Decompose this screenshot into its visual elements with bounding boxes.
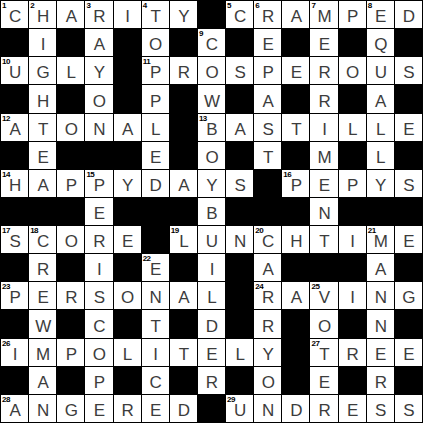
block-r3c4 <box>114 85 141 112</box>
cell-r0c10[interactable]: A <box>282 1 309 28</box>
cell-r0c3[interactable]: 3R <box>85 1 112 28</box>
cell-r12c12[interactable]: R <box>339 339 366 366</box>
clue-number: 8 <box>368 1 372 10</box>
cell-r4c1[interactable]: T <box>29 114 56 141</box>
cell-r11c7[interactable]: D <box>198 310 225 337</box>
cell-letter: Y <box>374 177 386 197</box>
cell-r11c3[interactable]: C <box>85 310 112 337</box>
cell-letter: N <box>261 402 274 422</box>
cell-r14c13[interactable]: S <box>367 395 394 422</box>
cell-letter: R <box>346 346 359 366</box>
cell-r3c3[interactable]: O <box>85 85 112 112</box>
cell-r13c5[interactable]: C <box>142 367 169 394</box>
cell-r2c8[interactable]: S <box>226 57 253 84</box>
cell-r6c1[interactable]: A <box>29 170 56 197</box>
cell-r0c5[interactable]: 4T <box>142 1 169 28</box>
block-r9c2 <box>57 254 84 281</box>
cell-r8c4[interactable]: E <box>114 226 141 253</box>
cell-r12c8[interactable]: L <box>226 339 253 366</box>
cell-r13c11[interactable]: E <box>310 367 337 394</box>
cell-letter: S <box>262 121 274 141</box>
cell-r10c10[interactable]: A <box>282 282 309 309</box>
cell-letter: U <box>374 64 387 84</box>
cell-letter: Q <box>373 36 387 56</box>
cell-r10c9[interactable]: 24R <box>254 282 281 309</box>
cell-r10c1[interactable]: E <box>29 282 56 309</box>
block-r3c8 <box>226 85 253 112</box>
block-r5c8 <box>226 142 253 169</box>
cell-r0c2[interactable]: A <box>57 1 84 28</box>
cell-r0c9[interactable]: 6R <box>254 1 281 28</box>
block-r4c6 <box>170 114 197 141</box>
cell-r6c14[interactable]: S <box>395 170 422 197</box>
cell-r1c1[interactable]: I <box>29 29 56 56</box>
cell-letter: E <box>149 402 161 422</box>
cell-r2c9[interactable]: P <box>254 57 281 84</box>
cell-letter: A <box>177 177 189 197</box>
cell-r12c1[interactable]: M <box>29 339 56 366</box>
cell-letter: P <box>93 177 105 197</box>
cell-letter: M <box>373 233 388 253</box>
cell-r6c7[interactable]: Y <box>198 170 225 197</box>
clue-number: 1 <box>2 1 6 10</box>
cell-r5c7[interactable]: O <box>198 142 225 169</box>
cell-letter: R <box>64 289 77 309</box>
cell-letter: O <box>64 233 78 253</box>
cell-r2c6[interactable]: R <box>170 57 197 84</box>
cell-letter: L <box>150 121 160 141</box>
cell-r13c1[interactable]: A <box>29 367 56 394</box>
cell-r8c11[interactable]: T <box>310 226 337 253</box>
cell-r14c2[interactable]: G <box>57 395 84 422</box>
block-r1c4 <box>114 29 141 56</box>
block-r13c12 <box>339 367 366 394</box>
cell-r14c3[interactable]: E <box>85 395 112 422</box>
block-r7c1 <box>29 198 56 225</box>
cell-letter: D <box>205 318 218 338</box>
cell-r2c12[interactable]: O <box>339 57 366 84</box>
cell-letter: L <box>178 233 188 253</box>
cell-r9c7[interactable]: I <box>198 254 225 281</box>
cell-r4c14[interactable]: E <box>395 114 422 141</box>
cell-letter: L <box>66 64 76 84</box>
cell-r8c12[interactable]: I <box>339 226 366 253</box>
cell-r6c8[interactable]: S <box>226 170 253 197</box>
cell-r4c11[interactable]: I <box>310 114 337 141</box>
block-r9c4 <box>114 254 141 281</box>
cell-letter: N <box>374 318 387 338</box>
cell-letter: G <box>401 289 415 309</box>
cell-r9c5[interactable]: 22E <box>142 254 169 281</box>
cell-letter: Y <box>177 8 189 28</box>
cell-r2c14[interactable]: S <box>395 57 422 84</box>
cell-r9c1[interactable]: R <box>29 254 56 281</box>
cell-r1c7[interactable]: 9C <box>198 29 225 56</box>
cell-r3c9[interactable]: A <box>254 85 281 112</box>
cell-r8c2[interactable]: O <box>57 226 84 253</box>
cell-r2c5[interactable]: 11P <box>142 57 169 84</box>
block-r5c6 <box>170 142 197 169</box>
block-r13c8 <box>226 367 253 394</box>
cell-r6c6[interactable]: A <box>170 170 197 197</box>
cell-r7c11[interactable]: N <box>310 198 337 225</box>
clue-number: 11 <box>143 57 150 66</box>
cell-r3c13[interactable]: A <box>367 85 394 112</box>
cell-letter: P <box>346 177 358 197</box>
cell-r2c0[interactable]: 10U <box>1 57 28 84</box>
cell-r4c13[interactable]: L <box>367 114 394 141</box>
cell-r10c4[interactable]: O <box>114 282 141 309</box>
cell-r11c1[interactable]: W <box>29 310 56 337</box>
clue-number: 21 <box>368 226 376 235</box>
cell-r4c9[interactable]: S <box>254 114 281 141</box>
cell-r5c1[interactable]: E <box>29 142 56 169</box>
cell-letter: Y <box>93 64 105 84</box>
cell-r4c4[interactable]: A <box>114 114 141 141</box>
clue-number: 15 <box>86 170 94 179</box>
cell-letter: Y <box>121 177 133 197</box>
cell-letter: O <box>148 36 162 56</box>
cell-r2c3[interactable]: Y <box>85 57 112 84</box>
cell-r2c2[interactable]: L <box>57 57 84 84</box>
cell-letter: W <box>34 318 51 338</box>
cell-r4c5[interactable]: L <box>142 114 169 141</box>
cell-r5c9[interactable]: T <box>254 142 281 169</box>
cell-letter: Y <box>205 177 217 197</box>
clue-number: 9 <box>199 29 203 38</box>
cell-r7c7[interactable]: B <box>198 198 225 225</box>
cell-r6c2[interactable]: P <box>57 170 84 197</box>
cell-r8c0[interactable]: 17S <box>1 226 28 253</box>
cell-letter: A <box>290 8 302 28</box>
cell-r14c8[interactable]: 29U <box>226 395 253 422</box>
cell-r10c14[interactable]: G <box>395 282 422 309</box>
cell-letter: V <box>318 289 330 309</box>
cell-r12c14[interactable]: E <box>395 339 422 366</box>
cell-r11c9[interactable]: R <box>254 310 281 337</box>
block-r11c4 <box>114 310 141 337</box>
cell-r3c5[interactable]: P <box>142 85 169 112</box>
cell-r12c6[interactable]: T <box>170 339 197 366</box>
cell-r14c1[interactable]: N <box>29 395 56 422</box>
cell-r8c9[interactable]: 20C <box>254 226 281 253</box>
cell-letter: M <box>316 8 331 28</box>
cell-r8c14[interactable]: E <box>395 226 422 253</box>
cell-r13c3[interactable]: P <box>85 367 112 394</box>
cell-r10c7[interactable]: L <box>198 282 225 309</box>
cell-letter: A <box>93 36 105 56</box>
cell-letter: L <box>234 346 244 366</box>
cell-r0c11[interactable]: 7M <box>310 1 337 28</box>
block-r7c8 <box>226 198 253 225</box>
cell-r6c11[interactable]: E <box>310 170 337 197</box>
cell-letter: I <box>40 36 46 56</box>
cell-letter: I <box>12 346 18 366</box>
cell-letter: M <box>35 346 50 366</box>
block-r3c10 <box>282 85 309 112</box>
cell-r4c0[interactable]: 12A <box>1 114 28 141</box>
cell-letter: B <box>205 205 217 225</box>
cell-r9c13[interactable]: A <box>367 254 394 281</box>
cell-letter: G <box>64 402 78 422</box>
cell-r11c5[interactable]: T <box>142 310 169 337</box>
cell-r1c13[interactable]: Q <box>367 29 394 56</box>
cell-r12c2[interactable]: P <box>57 339 84 366</box>
cell-r0c4[interactable]: I <box>114 1 141 28</box>
clue-number: 10 <box>2 57 10 66</box>
cell-letter: E <box>346 402 358 422</box>
clue-number: 17 <box>2 226 10 235</box>
cell-letter: E <box>318 374 330 394</box>
cell-r12c13[interactable]: E <box>367 339 394 366</box>
block-r9c11 <box>310 254 337 281</box>
block-r11c10 <box>282 310 309 337</box>
block-r3c14 <box>395 85 422 112</box>
clue-number: 14 <box>2 170 10 179</box>
cell-r1c3[interactable]: A <box>85 29 112 56</box>
cell-r6c13[interactable]: Y <box>367 170 394 197</box>
cell-letter: A <box>8 121 20 141</box>
cell-letter: T <box>262 149 273 169</box>
cell-letter: L <box>347 121 357 141</box>
cell-r0c8[interactable]: 5C <box>226 1 253 28</box>
cell-r8c1[interactable]: 18C <box>29 226 56 253</box>
cell-r6c5[interactable]: D <box>142 170 169 197</box>
block-r7c5 <box>142 198 169 225</box>
cell-r8c6[interactable]: 19L <box>170 226 197 253</box>
block-r8c5 <box>142 226 169 253</box>
cell-r12c7[interactable]: E <box>198 339 225 366</box>
cell-r9c3[interactable]: I <box>85 254 112 281</box>
cell-letter: E <box>402 233 414 253</box>
cell-r8c10[interactable]: H <box>282 226 309 253</box>
cell-r8c8[interactable]: N <box>226 226 253 253</box>
block-r14c7 <box>198 395 225 422</box>
cell-letter: C <box>233 8 246 28</box>
cell-letter: U <box>205 233 218 253</box>
block-r5c2 <box>57 142 84 169</box>
cell-letter: L <box>122 346 132 366</box>
cell-r3c7[interactable]: W <box>198 85 225 112</box>
cell-r14c4[interactable]: R <box>114 395 141 422</box>
cell-r1c9[interactable]: E <box>254 29 281 56</box>
cell-r2c11[interactable]: R <box>310 57 337 84</box>
cell-r8c7[interactable]: U <box>198 226 225 253</box>
cell-letter: E <box>121 233 133 253</box>
cell-letter: P <box>93 374 105 394</box>
clue-number: 19 <box>171 226 179 235</box>
cell-r3c1[interactable]: H <box>29 85 56 112</box>
cell-r4c3[interactable]: N <box>85 114 112 141</box>
cell-r2c10[interactable]: E <box>282 57 309 84</box>
cell-letter: C <box>92 318 105 338</box>
block-r1c0 <box>1 29 28 56</box>
cell-r13c13[interactable]: R <box>367 367 394 394</box>
cell-letter: G <box>36 64 50 84</box>
block-r10c8 <box>226 282 253 309</box>
cell-r0c13[interactable]: 8E <box>367 1 394 28</box>
cell-r4c10[interactable]: T <box>282 114 309 141</box>
block-r7c4 <box>114 198 141 225</box>
clue-number: 27 <box>311 339 319 348</box>
cell-r4c12[interactable]: L <box>339 114 366 141</box>
cell-r12c9[interactable]: Y <box>254 339 281 366</box>
cell-letter: H <box>289 233 302 253</box>
cell-r13c9[interactable]: O <box>254 367 281 394</box>
cell-letter: A <box>374 93 386 113</box>
cell-letter: O <box>64 121 78 141</box>
cell-r10c12[interactable]: I <box>339 282 366 309</box>
cell-letter: E <box>402 121 414 141</box>
block-r3c6 <box>170 85 197 112</box>
cell-r2c13[interactable]: U <box>367 57 394 84</box>
block-r5c12 <box>339 142 366 169</box>
cell-r10c6[interactable]: A <box>170 282 197 309</box>
crossword-board: 1C2HA3RI4TY5C6RA7MP8EDIAO9CEEQ10UGLY11PR… <box>0 0 423 423</box>
cell-r10c3[interactable]: S <box>85 282 112 309</box>
block-r11c12 <box>339 310 366 337</box>
clue-number: 3 <box>86 1 90 10</box>
cell-r2c1[interactable]: G <box>29 57 56 84</box>
cell-letter: I <box>96 261 102 281</box>
cell-letter: S <box>402 402 414 422</box>
cell-r0c1[interactable]: 2H <box>29 1 56 28</box>
cell-r4c8[interactable]: A <box>226 114 253 141</box>
cell-r10c5[interactable]: N <box>142 282 169 309</box>
cell-r12c5[interactable]: I <box>142 339 169 366</box>
cell-r10c0[interactable]: 23P <box>1 282 28 309</box>
block-r7c9 <box>254 198 281 225</box>
cell-r1c11[interactable]: E <box>310 29 337 56</box>
cell-r6c12[interactable]: P <box>339 170 366 197</box>
clue-number: 5 <box>227 1 231 10</box>
cell-r0c0[interactable]: 1C <box>1 1 28 28</box>
cell-letter: R <box>36 261 49 281</box>
cell-letter: O <box>120 289 134 309</box>
block-r1c8 <box>226 29 253 56</box>
cell-letter: S <box>402 177 414 197</box>
cell-r14c14[interactable]: S <box>395 395 422 422</box>
cell-letter: A <box>374 261 386 281</box>
cell-r10c11[interactable]: 25V <box>310 282 337 309</box>
cell-letter: D <box>177 402 190 422</box>
cell-letter: N <box>317 205 330 225</box>
block-r0c7 <box>198 1 225 28</box>
cell-letter: E <box>374 8 386 28</box>
cell-r0c12[interactable]: P <box>339 1 366 28</box>
cell-r4c7[interactable]: 13B <box>198 114 225 141</box>
clue-number: 2 <box>30 1 34 10</box>
cell-r12c4[interactable]: L <box>114 339 141 366</box>
cell-r11c11[interactable]: O <box>310 310 337 337</box>
block-r7c10 <box>282 198 309 225</box>
cell-r5c5[interactable]: E <box>142 142 169 169</box>
cell-r3c11[interactable]: R <box>310 85 337 112</box>
cell-r10c2[interactable]: R <box>57 282 84 309</box>
cell-letter: U <box>8 64 21 84</box>
cell-letter: D <box>289 402 302 422</box>
cell-letter: T <box>318 346 329 366</box>
clue-number: 22 <box>143 254 151 263</box>
clue-number: 23 <box>2 282 10 291</box>
cell-letter: S <box>8 233 20 253</box>
cell-r7c3[interactable]: E <box>85 198 112 225</box>
cell-letter: E <box>318 177 330 197</box>
cell-r11c13[interactable]: N <box>367 310 394 337</box>
cell-r2c7[interactable]: O <box>198 57 225 84</box>
cell-letter: C <box>36 233 49 253</box>
cell-letter: O <box>92 93 106 113</box>
cell-r8c3[interactable]: R <box>85 226 112 253</box>
cell-r5c11[interactable]: M <box>310 142 337 169</box>
clue-number: 7 <box>311 1 315 10</box>
cell-letter: O <box>345 64 359 84</box>
cell-r13c7[interactable]: R <box>198 367 225 394</box>
block-r11c0 <box>1 310 28 337</box>
cell-letter: I <box>349 289 355 309</box>
block-r9c8 <box>226 254 253 281</box>
cell-r14c10[interactable]: D <box>282 395 309 422</box>
block-r1c2 <box>57 29 84 56</box>
cell-letter: L <box>375 121 385 141</box>
cell-letter: I <box>209 261 215 281</box>
cell-r14c5[interactable]: E <box>142 395 169 422</box>
cell-letter: P <box>65 346 77 366</box>
cell-r12c3[interactable]: O <box>85 339 112 366</box>
cell-r5c13[interactable]: L <box>367 142 394 169</box>
block-r5c10 <box>282 142 309 169</box>
block-r3c2 <box>57 85 84 112</box>
cell-letter: T <box>178 346 189 366</box>
cell-letter: P <box>8 289 20 309</box>
cell-r14c0[interactable]: 28A <box>1 395 28 422</box>
cell-letter: T <box>318 233 329 253</box>
block-r1c6 <box>170 29 197 56</box>
cell-r14c12[interactable]: E <box>339 395 366 422</box>
clue-number: 13 <box>199 114 207 123</box>
cell-r6c4[interactable]: Y <box>114 170 141 197</box>
cell-r14c11[interactable]: R <box>310 395 337 422</box>
cell-r9c9[interactable]: A <box>254 254 281 281</box>
cell-r8c13[interactable]: 21M <box>367 226 394 253</box>
cell-letter: R <box>317 64 330 84</box>
cell-letter: A <box>121 121 133 141</box>
block-r5c0 <box>1 142 28 169</box>
cell-r1c5[interactable]: O <box>142 29 169 56</box>
cell-r14c6[interactable]: D <box>170 395 197 422</box>
clue-number: 18 <box>30 226 38 235</box>
cell-r4c2[interactable]: O <box>57 114 84 141</box>
block-r9c14 <box>395 254 422 281</box>
cell-r12c11[interactable]: 27T <box>310 339 337 366</box>
cell-r10c13[interactable]: N <box>367 282 394 309</box>
block-r3c0 <box>1 85 28 112</box>
cell-letter: U <box>233 402 246 422</box>
cell-r0c6[interactable]: Y <box>170 1 197 28</box>
cell-r0c14[interactable]: D <box>395 1 422 28</box>
cell-letter: R <box>92 8 105 28</box>
cell-letter: O <box>261 374 275 394</box>
cell-letter: A <box>37 374 49 394</box>
cell-r6c0[interactable]: 14H <box>1 170 28 197</box>
cell-r12c0[interactable]: 26I <box>1 339 28 366</box>
cell-r14c9[interactable]: N <box>254 395 281 422</box>
cell-letter: S <box>93 289 105 309</box>
cell-r6c3[interactable]: 15P <box>85 170 112 197</box>
cell-r6c10[interactable]: 16P <box>282 170 309 197</box>
cell-letter: A <box>8 402 20 422</box>
cell-letter: E <box>402 346 414 366</box>
